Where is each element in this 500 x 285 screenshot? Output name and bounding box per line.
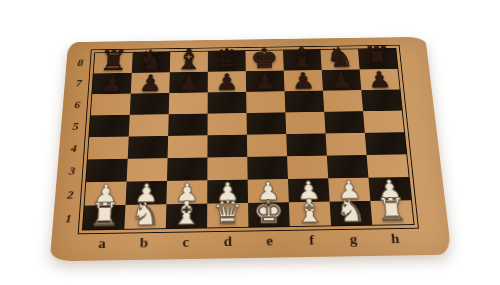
square-h5[interactable]	[363, 111, 404, 133]
square-c5[interactable]	[168, 114, 207, 136]
square-g5[interactable]	[324, 111, 365, 133]
square-b4[interactable]	[128, 136, 168, 159]
white-rook[interactable]: ♜	[375, 194, 409, 227]
rank-label-5: 5	[63, 115, 88, 137]
black-pawn[interactable]: ♟	[100, 73, 124, 96]
rank-label-3: 3	[59, 160, 85, 183]
square-h6[interactable]	[361, 89, 402, 111]
product-photo: 87654321 abcdefgh ♜♞♝♛♚♝♞♜♟♟♟♟♟♟♟♟♟♟♟♟♟♟…	[0, 0, 500, 285]
black-pawn[interactable]: ♟	[367, 69, 392, 92]
square-c6[interactable]	[169, 92, 208, 114]
square-d1[interactable]: ♛	[207, 203, 248, 228]
square-b5[interactable]	[129, 114, 169, 136]
square-c1[interactable]: ♝	[166, 204, 207, 229]
square-f1[interactable]: ♝	[289, 202, 331, 227]
square-b1[interactable]: ♞	[124, 204, 166, 229]
square-a1[interactable]: ♜	[83, 205, 126, 230]
square-a6[interactable]	[91, 94, 131, 116]
square-a7[interactable]: ♟	[92, 73, 131, 94]
square-f4[interactable]	[286, 133, 327, 156]
file-label-g: g	[332, 228, 376, 254]
square-g6[interactable]	[323, 90, 363, 112]
chess-mat: 87654321 abcdefgh ♜♞♝♛♚♝♞♜♟♟♟♟♟♟♟♟♟♟♟♟♟♟…	[50, 37, 452, 262]
file-label-a: a	[80, 232, 124, 258]
square-e1[interactable]: ♚	[248, 202, 290, 227]
square-g4[interactable]	[326, 133, 367, 156]
square-a4[interactable]	[88, 137, 129, 160]
square-b6[interactable]	[130, 93, 169, 115]
square-e5[interactable]	[247, 112, 287, 134]
rank-label-7: 7	[67, 73, 91, 94]
file-label-c: c	[165, 230, 207, 256]
white-bishop[interactable]: ♝	[294, 195, 326, 228]
black-pawn[interactable]: ♟	[138, 72, 162, 95]
rank-label-6: 6	[65, 94, 90, 116]
square-c7[interactable]: ♟	[169, 72, 208, 93]
square-h4[interactable]	[365, 132, 407, 155]
square-d4[interactable]	[207, 135, 247, 158]
square-a5[interactable]	[89, 115, 129, 137]
square-d7[interactable]: ♟	[208, 71, 246, 92]
file-label-f: f	[290, 228, 333, 254]
white-queen[interactable]: ♛	[212, 197, 243, 230]
white-bishop[interactable]: ♝	[171, 197, 202, 230]
chess-board[interactable]: ♜♞♝♛♚♝♞♜♟♟♟♟♟♟♟♟♟♟♟♟♟♟♟♟♜♞♝♛♚♝♞♜	[83, 49, 414, 230]
black-pawn[interactable]: ♟	[329, 70, 353, 93]
square-e4[interactable]	[247, 134, 287, 157]
rank-label-8: 8	[68, 52, 92, 73]
file-label-b: b	[122, 231, 165, 257]
white-knight[interactable]: ♞	[130, 198, 162, 231]
white-knight[interactable]: ♞	[334, 195, 367, 228]
square-d6[interactable]	[208, 92, 247, 114]
black-pawn[interactable]: ♟	[215, 71, 238, 94]
white-king[interactable]: ♚	[253, 196, 285, 229]
square-b7[interactable]: ♟	[131, 72, 170, 93]
square-f7[interactable]: ♟	[284, 70, 323, 91]
square-h1[interactable]: ♜	[370, 200, 413, 225]
rank-label-4: 4	[61, 137, 86, 160]
square-f5[interactable]	[285, 112, 325, 134]
file-label-e: e	[249, 229, 292, 255]
black-pawn[interactable]: ♟	[253, 71, 276, 94]
file-label-d: d	[207, 230, 249, 256]
square-h7[interactable]: ♟	[360, 69, 400, 90]
board-frame: ♜♞♝♛♚♝♞♜♟♟♟♟♟♟♟♟♟♟♟♟♟♟♟♟♜♞♝♛♚♝♞♜	[82, 48, 415, 231]
black-pawn[interactable]: ♟	[177, 72, 200, 95]
square-c4[interactable]	[168, 135, 208, 158]
rank-label-2: 2	[57, 183, 83, 207]
square-e7[interactable]: ♟	[246, 71, 285, 92]
square-g1[interactable]: ♞	[330, 201, 373, 226]
black-pawn[interactable]: ♟	[291, 70, 315, 93]
square-d5[interactable]	[208, 113, 247, 135]
square-g7[interactable]: ♟	[322, 69, 362, 90]
file-label-h: h	[373, 227, 417, 253]
square-f6[interactable]	[285, 91, 325, 113]
white-rook[interactable]: ♜	[88, 199, 121, 232]
square-e6[interactable]	[246, 91, 285, 113]
rank-label-1: 1	[55, 206, 81, 231]
